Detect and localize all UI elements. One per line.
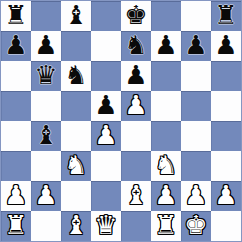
piece-black-king[interactable]: ♚ bbox=[124, 2, 147, 28]
square-a4[interactable] bbox=[1, 121, 31, 151]
square-b1[interactable] bbox=[31, 211, 61, 241]
square-d6[interactable] bbox=[91, 61, 121, 91]
square-d5[interactable]: ♟ bbox=[91, 91, 121, 121]
square-f8[interactable] bbox=[151, 1, 181, 31]
square-g3[interactable] bbox=[181, 151, 211, 181]
square-b6[interactable]: ♛ bbox=[31, 61, 61, 91]
square-b3[interactable] bbox=[31, 151, 61, 181]
piece-white-rook[interactable]: ♜ bbox=[4, 212, 27, 238]
piece-white-pawn[interactable]: ♟ bbox=[94, 122, 117, 148]
piece-black-pawn[interactable]: ♟ bbox=[214, 32, 237, 58]
chess-board: ♜♝♚♜♟♟♞♟♟♟♛♞♟♟♟♝♟♞♞♟♟♝♟♟♟♜♝♛♜♚ bbox=[0, 0, 242, 242]
square-b8[interactable] bbox=[31, 1, 61, 31]
piece-white-bishop[interactable]: ♝ bbox=[124, 182, 147, 208]
piece-black-knight[interactable]: ♞ bbox=[124, 32, 147, 58]
square-c3[interactable]: ♞ bbox=[61, 151, 91, 181]
square-f7[interactable]: ♟ bbox=[151, 31, 181, 61]
square-a3[interactable] bbox=[1, 151, 31, 181]
square-b5[interactable] bbox=[31, 91, 61, 121]
square-g2[interactable]: ♟ bbox=[181, 181, 211, 211]
piece-black-bishop[interactable]: ♝ bbox=[34, 122, 57, 148]
square-a7[interactable]: ♟ bbox=[1, 31, 31, 61]
square-g4[interactable] bbox=[181, 121, 211, 151]
square-c1[interactable]: ♝ bbox=[61, 211, 91, 241]
square-f2[interactable]: ♟ bbox=[151, 181, 181, 211]
square-h7[interactable]: ♟ bbox=[211, 31, 241, 61]
square-f6[interactable] bbox=[151, 61, 181, 91]
square-b7[interactable]: ♟ bbox=[31, 31, 61, 61]
square-f1[interactable]: ♜ bbox=[151, 211, 181, 241]
square-a2[interactable]: ♟ bbox=[1, 181, 31, 211]
square-d2[interactable] bbox=[91, 181, 121, 211]
piece-white-pawn[interactable]: ♟ bbox=[214, 182, 237, 208]
square-f4[interactable] bbox=[151, 121, 181, 151]
square-d8[interactable] bbox=[91, 1, 121, 31]
piece-black-rook[interactable]: ♜ bbox=[214, 2, 237, 28]
piece-white-queen[interactable]: ♛ bbox=[94, 212, 117, 238]
square-e3[interactable] bbox=[121, 151, 151, 181]
square-h1[interactable] bbox=[211, 211, 241, 241]
square-a6[interactable] bbox=[1, 61, 31, 91]
square-h2[interactable]: ♟ bbox=[211, 181, 241, 211]
square-g1[interactable]: ♚ bbox=[181, 211, 211, 241]
piece-white-pawn[interactable]: ♟ bbox=[34, 182, 57, 208]
square-d4[interactable]: ♟ bbox=[91, 121, 121, 151]
square-e4[interactable] bbox=[121, 121, 151, 151]
piece-white-pawn[interactable]: ♟ bbox=[184, 182, 207, 208]
piece-black-pawn[interactable]: ♟ bbox=[34, 32, 57, 58]
square-c5[interactable] bbox=[61, 91, 91, 121]
piece-white-rook[interactable]: ♜ bbox=[154, 212, 177, 238]
square-a1[interactable]: ♜ bbox=[1, 211, 31, 241]
square-c8[interactable]: ♝ bbox=[61, 1, 91, 31]
square-e2[interactable]: ♝ bbox=[121, 181, 151, 211]
square-g6[interactable] bbox=[181, 61, 211, 91]
square-d1[interactable]: ♛ bbox=[91, 211, 121, 241]
piece-white-pawn[interactable]: ♟ bbox=[124, 92, 147, 118]
square-b4[interactable]: ♝ bbox=[31, 121, 61, 151]
piece-black-pawn[interactable]: ♟ bbox=[94, 92, 117, 118]
square-c4[interactable] bbox=[61, 121, 91, 151]
square-h6[interactable] bbox=[211, 61, 241, 91]
square-g8[interactable] bbox=[181, 1, 211, 31]
piece-black-pawn[interactable]: ♟ bbox=[124, 62, 147, 88]
square-h4[interactable] bbox=[211, 121, 241, 151]
square-c6[interactable]: ♞ bbox=[61, 61, 91, 91]
square-b2[interactable]: ♟ bbox=[31, 181, 61, 211]
square-e7[interactable]: ♞ bbox=[121, 31, 151, 61]
square-d3[interactable] bbox=[91, 151, 121, 181]
piece-white-bishop[interactable]: ♝ bbox=[64, 212, 87, 238]
piece-black-pawn[interactable]: ♟ bbox=[154, 32, 177, 58]
piece-white-pawn[interactable]: ♟ bbox=[154, 182, 177, 208]
square-g5[interactable] bbox=[181, 91, 211, 121]
piece-black-knight[interactable]: ♞ bbox=[64, 62, 87, 88]
piece-black-queen[interactable]: ♛ bbox=[34, 62, 57, 88]
piece-black-pawn[interactable]: ♟ bbox=[4, 32, 27, 58]
square-c2[interactable] bbox=[61, 181, 91, 211]
square-e1[interactable] bbox=[121, 211, 151, 241]
piece-black-bishop[interactable]: ♝ bbox=[64, 2, 87, 28]
piece-black-pawn[interactable]: ♟ bbox=[184, 32, 207, 58]
square-f5[interactable] bbox=[151, 91, 181, 121]
piece-white-pawn[interactable]: ♟ bbox=[4, 182, 27, 208]
square-e6[interactable]: ♟ bbox=[121, 61, 151, 91]
square-d7[interactable] bbox=[91, 31, 121, 61]
square-e8[interactable]: ♚ bbox=[121, 1, 151, 31]
square-h3[interactable] bbox=[211, 151, 241, 181]
square-c7[interactable] bbox=[61, 31, 91, 61]
piece-white-king[interactable]: ♚ bbox=[184, 212, 207, 238]
piece-black-rook[interactable]: ♜ bbox=[4, 2, 27, 28]
square-e5[interactable]: ♟ bbox=[121, 91, 151, 121]
square-h5[interactable] bbox=[211, 91, 241, 121]
square-f3[interactable]: ♞ bbox=[151, 151, 181, 181]
square-a8[interactable]: ♜ bbox=[1, 1, 31, 31]
square-h8[interactable]: ♜ bbox=[211, 1, 241, 31]
piece-white-knight[interactable]: ♞ bbox=[64, 152, 87, 178]
piece-white-knight[interactable]: ♞ bbox=[154, 152, 177, 178]
square-a5[interactable] bbox=[1, 91, 31, 121]
square-g7[interactable]: ♟ bbox=[181, 31, 211, 61]
